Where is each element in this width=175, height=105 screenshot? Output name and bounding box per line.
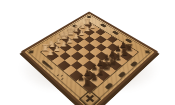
chess-board: ♜♟♟♜♞♟♟♞♝♟♟♝♛♟♟♛♚♟♟♚♝♟♟♝♞♟♟♞♜♟♟♜ (20, 11, 157, 105)
piece-white-pawn: ♟ (43, 49, 55, 57)
carved-figure-icon (104, 81, 113, 88)
carved-figure-icon (111, 30, 118, 35)
carved-figure-icon (99, 23, 106, 27)
scene: ♜♟♟♜♞♟♟♞♝♟♟♝♛♟♟♛♚♟♟♚♝♟♟♝♞♟♟♞♜♟♟♜ (0, 0, 175, 105)
dot-ornament-icon (56, 73, 59, 75)
dot-ornament-icon (60, 74, 63, 76)
carved-figure-icon (129, 60, 137, 66)
corner-diamond-icon (145, 50, 149, 53)
dot-ornament-icon (61, 77, 64, 79)
product-photo: ♜♟♟♜♞♟♟♞♝♟♟♝♛♟♟♛♚♟♟♚♝♟♟♝♞♟♟♞♜♟♟♜ (0, 0, 175, 105)
carved-figure-icon (117, 70, 125, 77)
corner-diamond-icon (87, 15, 90, 17)
piece-black-rook: ♜ (80, 76, 94, 88)
corner-diamond-icon (29, 50, 33, 53)
